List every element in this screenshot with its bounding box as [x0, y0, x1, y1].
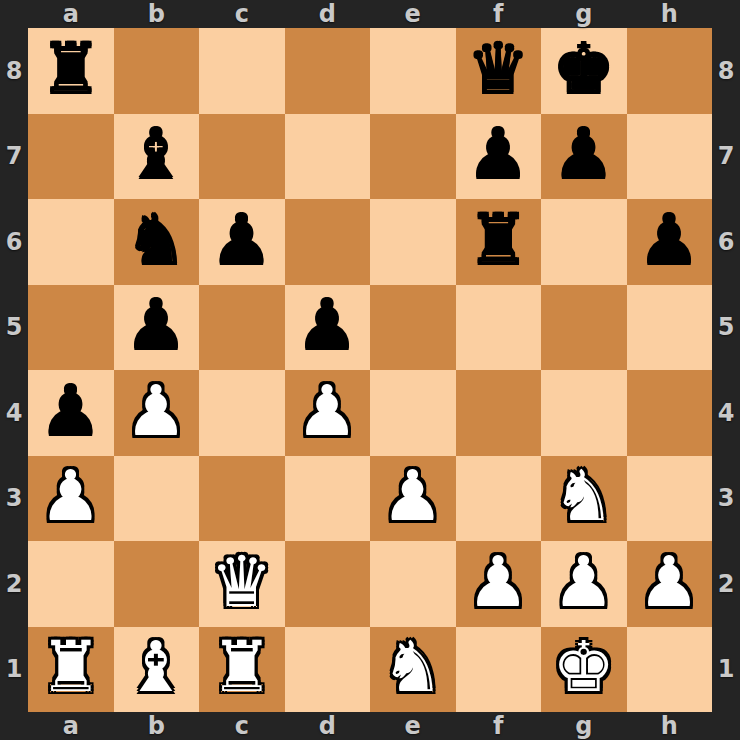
square-c3[interactable] [199, 456, 285, 542]
square-c8[interactable] [199, 28, 285, 114]
piece-white-knight-g3[interactable]: ♞ [552, 461, 615, 531]
piece-white-pawn-b4[interactable]: ♟ [125, 376, 188, 446]
square-b7[interactable]: ♝ [114, 114, 200, 200]
rank-label-7-right: 7 [712, 114, 740, 200]
square-d1[interactable] [285, 627, 371, 713]
piece-white-pawn-h2[interactable]: ♟ [638, 547, 701, 617]
square-f7[interactable]: ♟ [456, 114, 542, 200]
square-b3[interactable] [114, 456, 200, 542]
square-g3[interactable]: ♞ [541, 456, 627, 542]
file-label-g-top: g [541, 0, 627, 28]
square-e1[interactable]: ♞ [370, 627, 456, 713]
piece-black-king-g8[interactable]: ♚ [552, 34, 615, 104]
square-h8[interactable] [627, 28, 713, 114]
square-c7[interactable] [199, 114, 285, 200]
piece-white-king-g1[interactable]: ♚ [552, 632, 615, 702]
square-f6[interactable]: ♜ [456, 199, 542, 285]
rank-label-2-right: 2 [712, 541, 740, 627]
piece-black-knight-b6[interactable]: ♞ [125, 205, 188, 275]
square-f5[interactable] [456, 285, 542, 371]
square-d5[interactable]: ♟ [285, 285, 371, 371]
square-e4[interactable] [370, 370, 456, 456]
file-label-d-bottom: d [285, 712, 371, 740]
square-f2[interactable]: ♟ [456, 541, 542, 627]
file-label-a-bottom: a [28, 712, 114, 740]
square-c4[interactable] [199, 370, 285, 456]
file-label-e-top: e [370, 0, 456, 28]
piece-white-pawn-e3[interactable]: ♟ [381, 461, 444, 531]
square-e5[interactable] [370, 285, 456, 371]
square-e6[interactable] [370, 199, 456, 285]
file-label-c-bottom: c [199, 712, 285, 740]
square-f4[interactable] [456, 370, 542, 456]
file-label-e-bottom: e [370, 712, 456, 740]
square-g7[interactable]: ♟ [541, 114, 627, 200]
piece-black-bishop-b7[interactable]: ♝ [125, 119, 188, 189]
file-label-g-bottom: g [541, 712, 627, 740]
piece-white-pawn-f2[interactable]: ♟ [467, 547, 530, 617]
square-c2[interactable]: ♛ [199, 541, 285, 627]
piece-black-pawn-a4[interactable]: ♟ [39, 376, 102, 446]
file-label-f-top: f [456, 0, 542, 28]
square-c1[interactable]: ♜ [199, 627, 285, 713]
rank-label-4-left: 4 [0, 370, 28, 456]
rank-label-6-right: 6 [712, 199, 740, 285]
square-b1[interactable]: ♝ [114, 627, 200, 713]
square-b4[interactable]: ♟ [114, 370, 200, 456]
square-a3[interactable]: ♟ [28, 456, 114, 542]
square-a7[interactable] [28, 114, 114, 200]
square-d6[interactable] [285, 199, 371, 285]
piece-white-knight-e1[interactable]: ♞ [381, 632, 444, 702]
rank-label-1-right: 1 [712, 627, 740, 713]
chess-board: ♜♛♚♝♟♟♞♟♜♟♟♟♟♟♟♟♟♞♛♟♟♟♜♝♜♞♚ [28, 28, 712, 712]
piece-black-pawn-b5[interactable]: ♟ [125, 290, 188, 360]
square-g6[interactable] [541, 199, 627, 285]
piece-black-pawn-f7[interactable]: ♟ [467, 119, 530, 189]
rank-label-6-left: 6 [0, 199, 28, 285]
square-h3[interactable] [627, 456, 713, 542]
file-label-h-top: h [627, 0, 713, 28]
piece-black-pawn-h6[interactable]: ♟ [638, 205, 701, 275]
rank-label-3-left: 3 [0, 456, 28, 542]
square-c6[interactable]: ♟ [199, 199, 285, 285]
square-f3[interactable] [456, 456, 542, 542]
square-a8[interactable]: ♜ [28, 28, 114, 114]
square-b8[interactable] [114, 28, 200, 114]
square-h2[interactable]: ♟ [627, 541, 713, 627]
square-g8[interactable]: ♚ [541, 28, 627, 114]
square-d4[interactable]: ♟ [285, 370, 371, 456]
square-a6[interactable] [28, 199, 114, 285]
piece-black-pawn-g7[interactable]: ♟ [552, 119, 615, 189]
file-label-b-bottom: b [114, 712, 200, 740]
square-b6[interactable]: ♞ [114, 199, 200, 285]
square-g2[interactable]: ♟ [541, 541, 627, 627]
square-h6[interactable]: ♟ [627, 199, 713, 285]
rank-label-4-right: 4 [712, 370, 740, 456]
square-e3[interactable]: ♟ [370, 456, 456, 542]
square-a4[interactable]: ♟ [28, 370, 114, 456]
square-f1[interactable] [456, 627, 542, 713]
file-label-a-top: a [28, 0, 114, 28]
file-label-c-top: c [199, 0, 285, 28]
square-d8[interactable] [285, 28, 371, 114]
file-label-f-bottom: f [456, 712, 542, 740]
square-a5[interactable] [28, 285, 114, 371]
square-e2[interactable] [370, 541, 456, 627]
square-h7[interactable] [627, 114, 713, 200]
file-label-b-top: b [114, 0, 200, 28]
square-d3[interactable] [285, 456, 371, 542]
piece-white-pawn-a3[interactable]: ♟ [39, 461, 102, 531]
piece-black-rook-a8[interactable]: ♜ [39, 34, 102, 104]
file-label-h-bottom: h [627, 712, 713, 740]
square-g4[interactable] [541, 370, 627, 456]
square-b2[interactable] [114, 541, 200, 627]
rank-label-2-left: 2 [0, 541, 28, 627]
square-h4[interactable] [627, 370, 713, 456]
square-c5[interactable] [199, 285, 285, 371]
rank-label-7-left: 7 [0, 114, 28, 200]
piece-black-pawn-d5[interactable]: ♟ [296, 290, 359, 360]
piece-black-queen-f8[interactable]: ♛ [467, 34, 530, 104]
rank-label-3-right: 3 [712, 456, 740, 542]
square-g1[interactable]: ♚ [541, 627, 627, 713]
square-h5[interactable] [627, 285, 713, 371]
file-label-d-top: d [285, 0, 371, 28]
chess-board-frame: ♜♛♚♝♟♟♞♟♜♟♟♟♟♟♟♟♟♞♛♟♟♟♜♝♜♞♚ aabbccddeeff… [0, 0, 740, 740]
rank-label-1-left: 1 [0, 627, 28, 713]
square-f8[interactable]: ♛ [456, 28, 542, 114]
square-h1[interactable] [627, 627, 713, 713]
square-e7[interactable] [370, 114, 456, 200]
piece-white-bishop-b1[interactable]: ♝ [125, 632, 188, 702]
square-b5[interactable]: ♟ [114, 285, 200, 371]
rank-label-5-left: 5 [0, 285, 28, 371]
piece-white-queen-c2[interactable]: ♛ [210, 547, 273, 617]
square-a2[interactable] [28, 541, 114, 627]
piece-white-rook-a1[interactable]: ♜ [39, 632, 102, 702]
square-d7[interactable] [285, 114, 371, 200]
rank-label-8-left: 8 [0, 28, 28, 114]
rank-label-5-right: 5 [712, 285, 740, 371]
square-a1[interactable]: ♜ [28, 627, 114, 713]
square-e8[interactable] [370, 28, 456, 114]
piece-white-pawn-g2[interactable]: ♟ [552, 547, 615, 617]
piece-black-rook-f6[interactable]: ♜ [467, 205, 530, 275]
piece-white-rook-c1[interactable]: ♜ [210, 632, 273, 702]
square-g5[interactable] [541, 285, 627, 371]
rank-label-8-right: 8 [712, 28, 740, 114]
square-d2[interactable] [285, 541, 371, 627]
piece-black-pawn-c6[interactable]: ♟ [210, 205, 273, 275]
piece-white-pawn-d4[interactable]: ♟ [296, 376, 359, 446]
